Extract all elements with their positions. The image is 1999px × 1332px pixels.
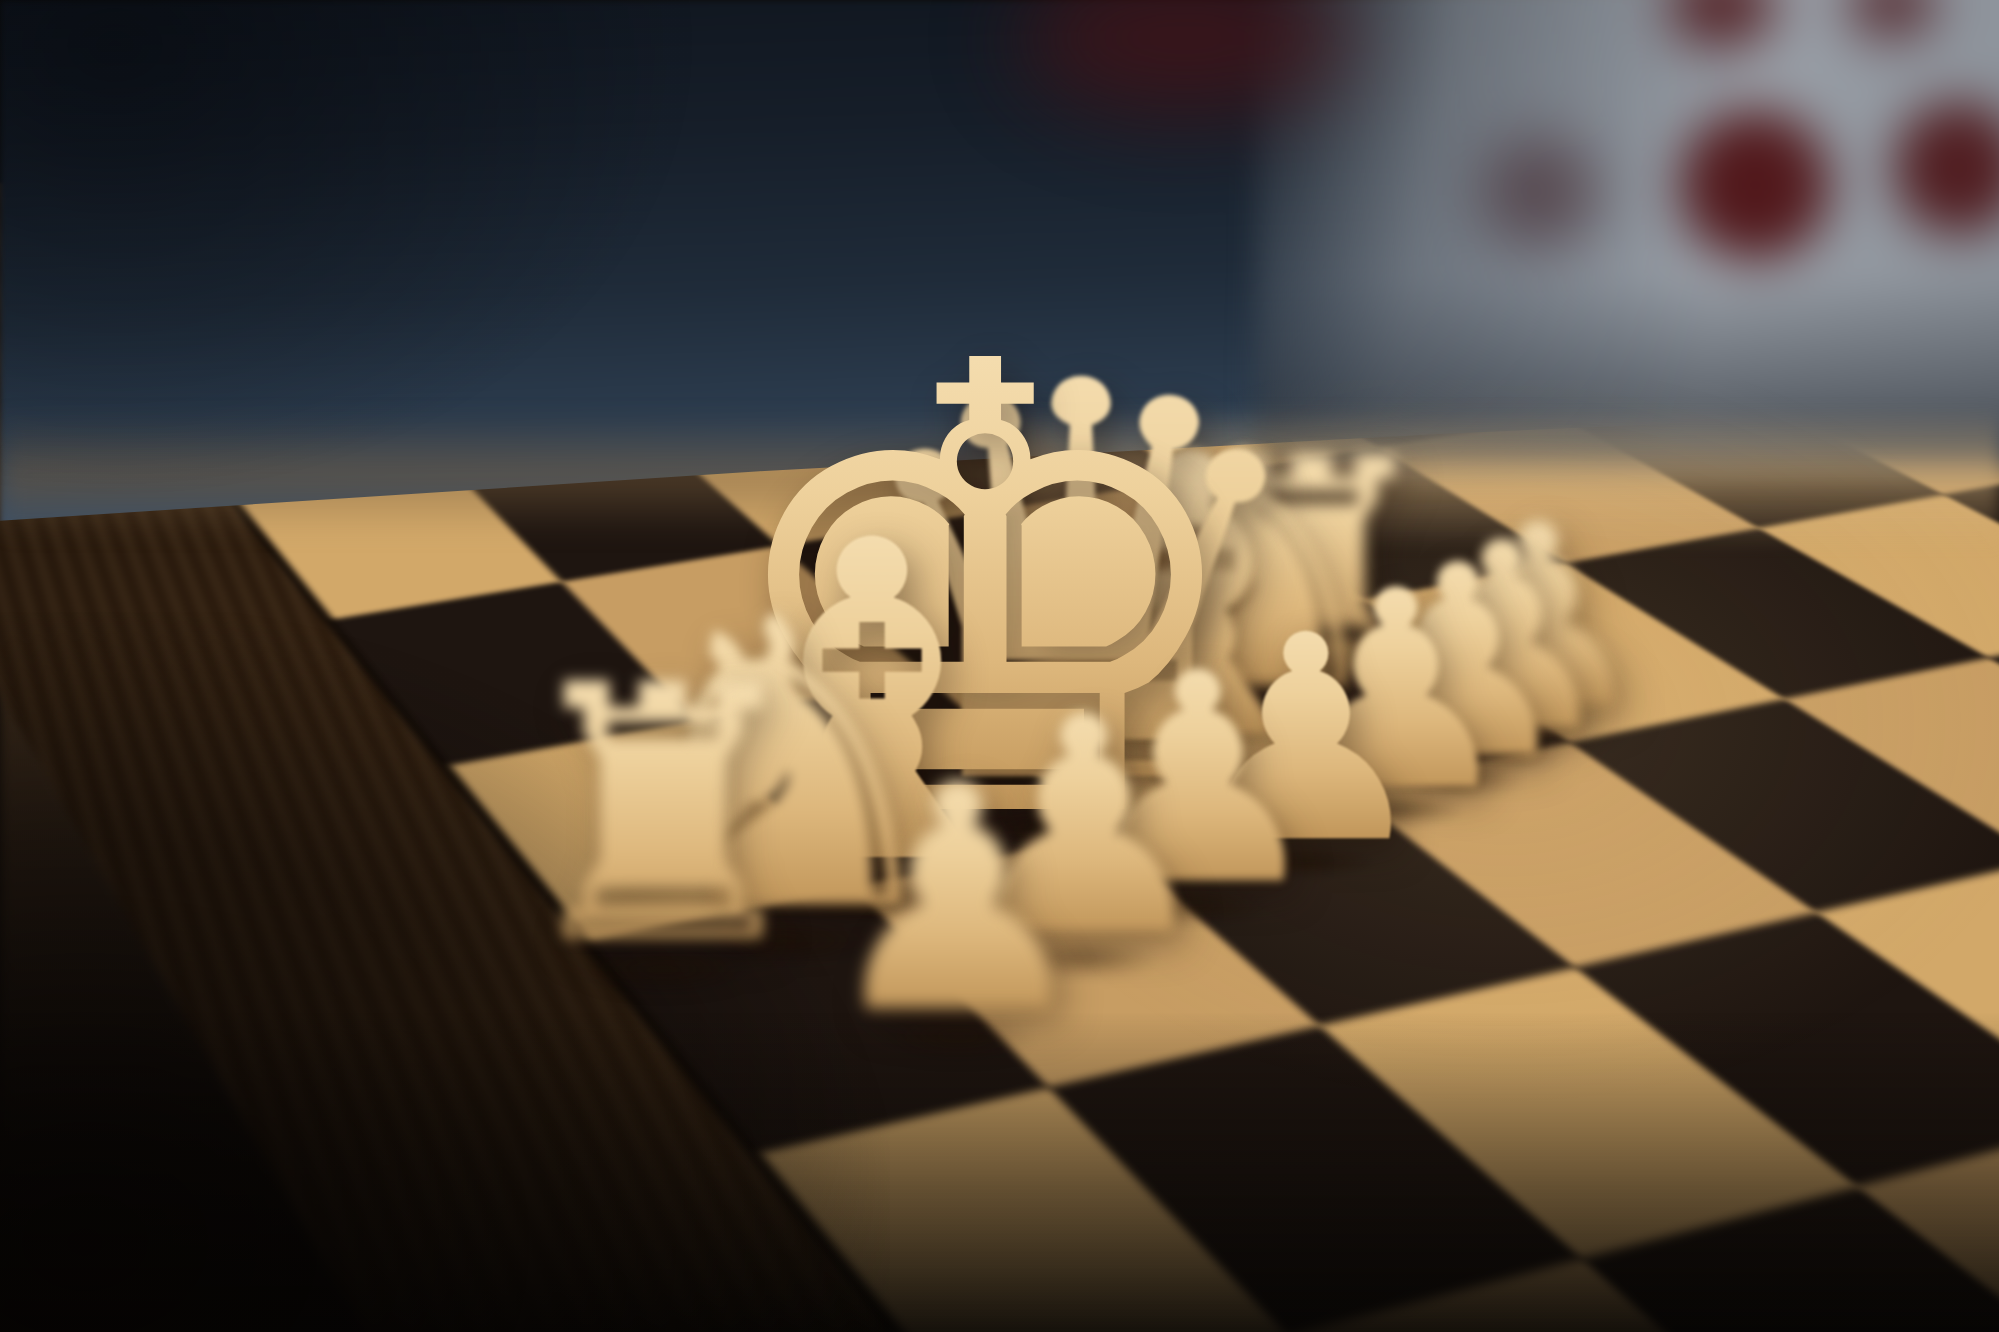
piece-white-pawn-h2: ♟ xyxy=(818,757,1098,1044)
piece-white-rook-h1: ♜ xyxy=(505,654,821,978)
pieces-layer: ♜♞♝♚♛♝♞♜♟♟♟♟♟♟♟♟ xyxy=(0,0,1999,1332)
chess-photo-scene: ♜♞♝♚♛♝♞♜♟♟♟♟♟♟♟♟ xyxy=(0,0,1999,1332)
